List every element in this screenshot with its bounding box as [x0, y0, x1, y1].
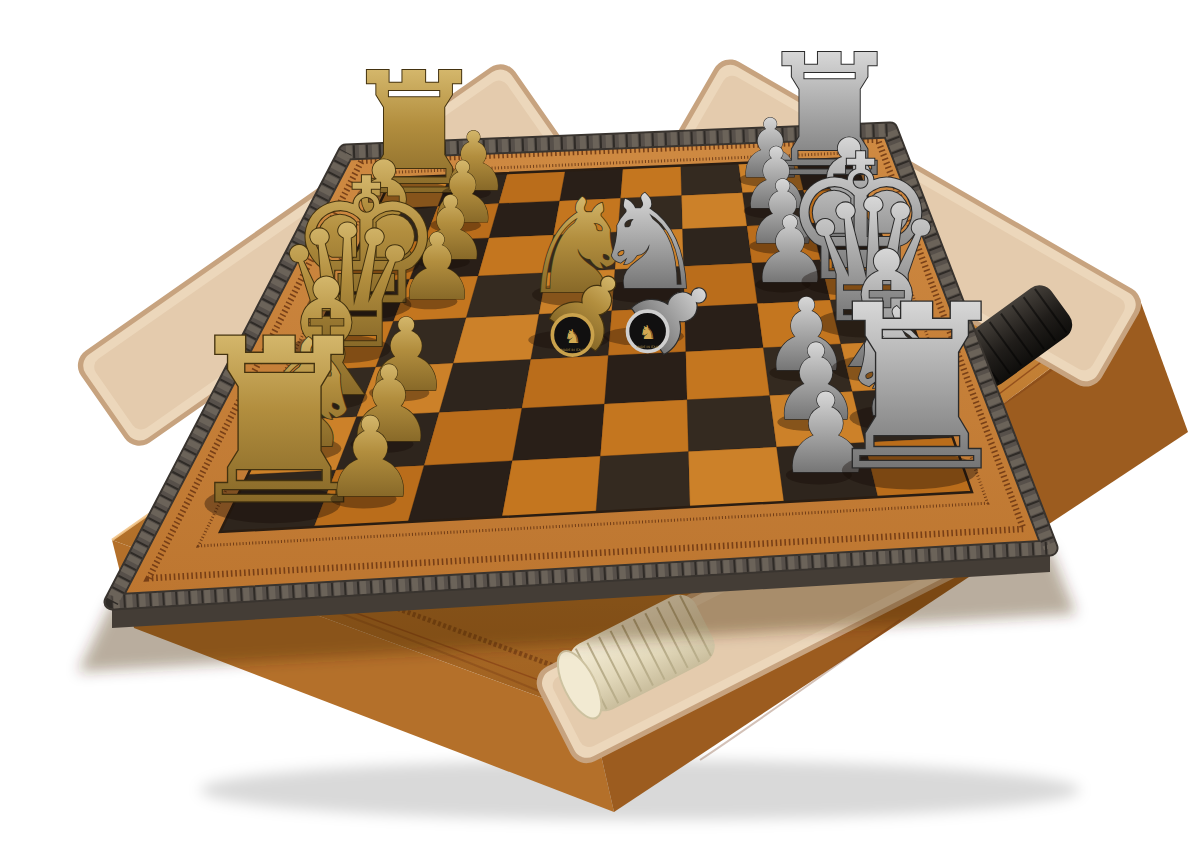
square-c3 — [439, 359, 531, 412]
square-c6 — [686, 348, 770, 400]
maker-emblem: ♞ — [564, 325, 581, 348]
maker-text: MADE IN ITALY — [636, 345, 659, 349]
square-a6 — [689, 447, 785, 507]
maker-emblem: ♞ — [639, 321, 656, 344]
square-a3 — [408, 461, 512, 522]
board-scene: ♜♟♟♜♟♟♝♟♟♝♚♟♞♞♟♚♛♟♞MADE IN ITALY♟♞MADE I… — [0, 0, 1200, 844]
product-photo-svg: ♜♟♟♜♟♟♝♟♟♝♚♟♞♞♟♚♛♟♞MADE IN ITALY♟♞MADE I… — [0, 0, 1200, 844]
square-b4 — [512, 404, 604, 461]
maker-text: MADE IN ITALY — [561, 348, 584, 352]
piece-glyph: ♟ — [321, 394, 420, 522]
square-a5 — [596, 452, 690, 512]
chess-set-product-photo: Product photo of a Roman-style metal che… — [0, 0, 1200, 844]
piece-black-rook-a8: ♜ — [815, 257, 1018, 520]
square-b3 — [424, 408, 522, 465]
piece-glyph: ♜ — [815, 257, 1018, 520]
square-a4 — [502, 456, 600, 517]
piece-white-pawn-a2: ♟ — [321, 394, 420, 522]
square-b5 — [600, 400, 688, 456]
square-b6 — [687, 396, 777, 452]
